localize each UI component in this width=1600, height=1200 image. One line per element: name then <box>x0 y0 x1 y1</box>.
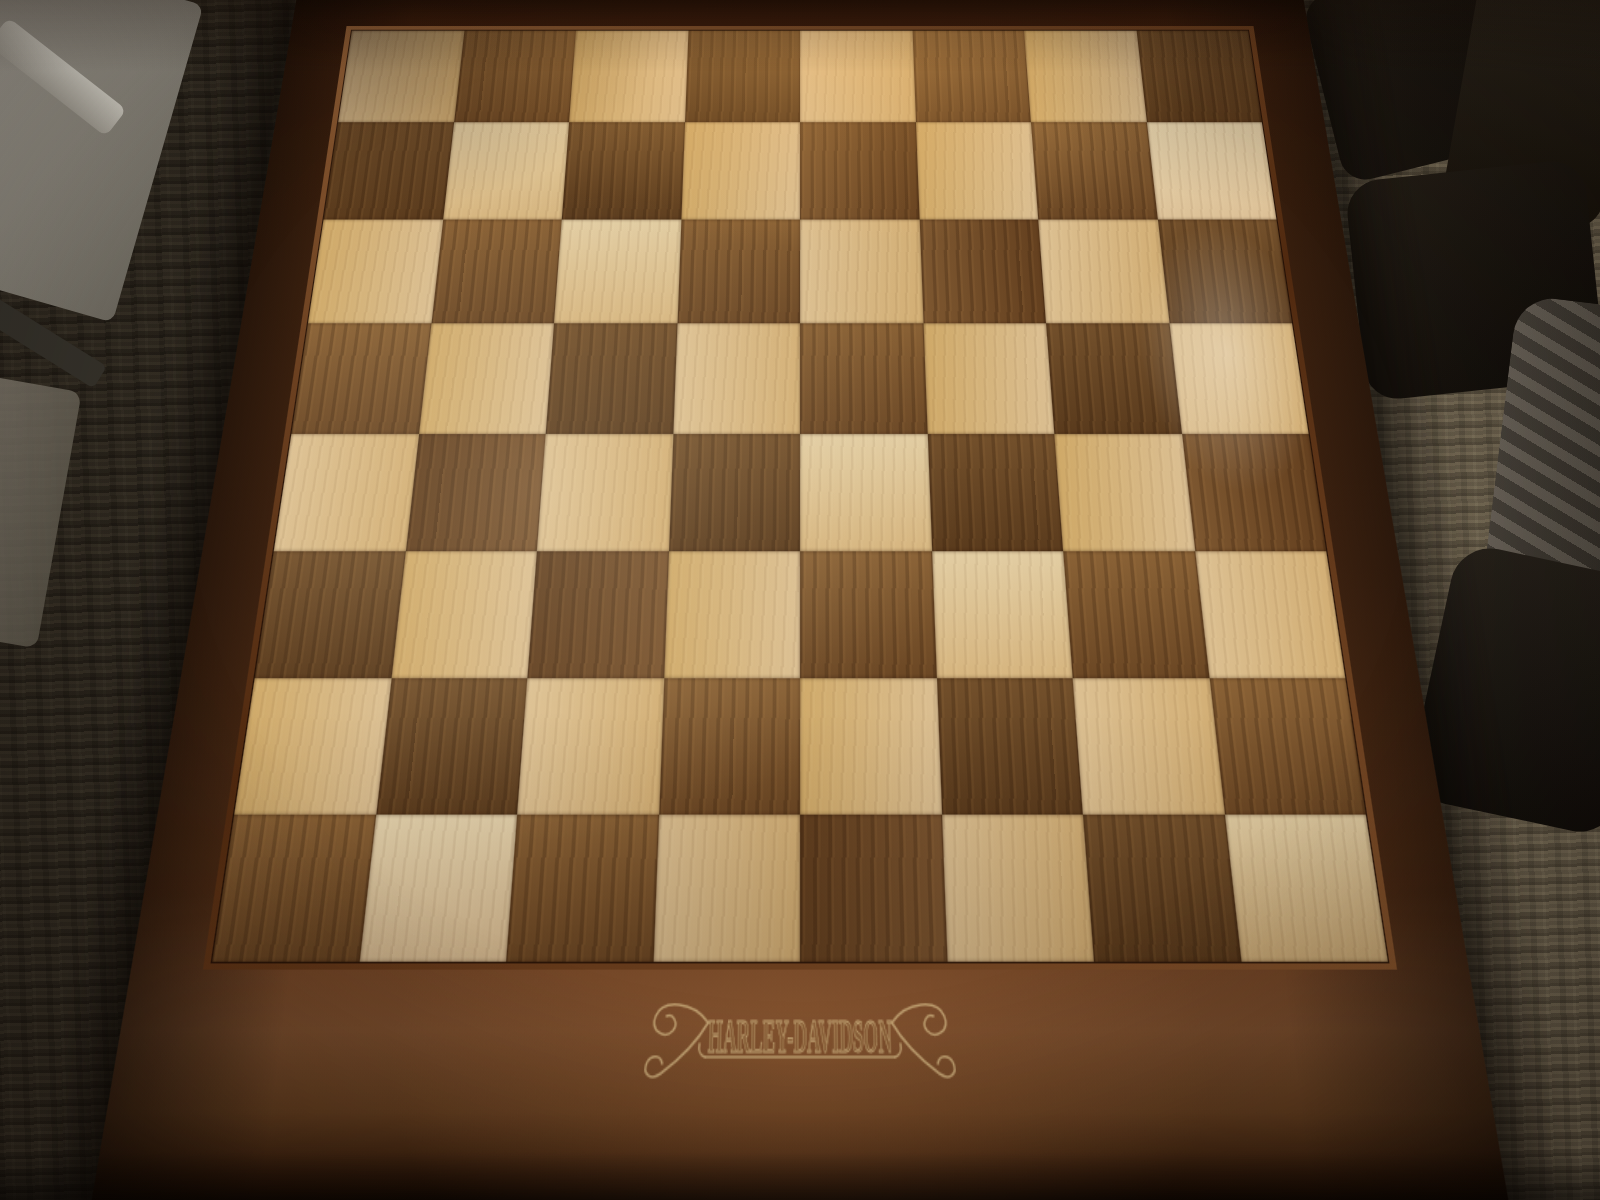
square-f4[interactable] <box>927 433 1063 551</box>
square-a4[interactable] <box>274 433 419 551</box>
square-a1[interactable] <box>212 815 376 962</box>
square-g5[interactable] <box>1046 323 1181 434</box>
square-b8[interactable] <box>454 31 576 122</box>
square-g1[interactable] <box>1083 815 1241 962</box>
square-c8[interactable] <box>569 31 688 122</box>
photo-scene: HARLEY-DAVIDSON <box>0 0 1600 1200</box>
board-grid <box>212 31 1388 962</box>
square-h5[interactable] <box>1169 323 1309 434</box>
square-e3[interactable] <box>800 552 936 679</box>
square-a2[interactable] <box>234 678 391 814</box>
square-d4[interactable] <box>668 433 800 551</box>
square-f5[interactable] <box>923 323 1054 434</box>
square-h7[interactable] <box>1146 122 1276 219</box>
engraving-text: HARLEY-DAVIDSON <box>708 1008 893 1064</box>
square-e4[interactable] <box>800 433 932 551</box>
square-c3[interactable] <box>527 552 668 679</box>
engraving-flourish-right <box>891 1005 955 1077</box>
square-h4[interactable] <box>1181 433 1326 551</box>
square-g8[interactable] <box>1024 31 1146 122</box>
square-h2[interactable] <box>1209 678 1366 814</box>
square-b7[interactable] <box>443 122 569 219</box>
square-d1[interactable] <box>653 815 800 962</box>
square-e8[interactable] <box>800 31 915 122</box>
square-f7[interactable] <box>915 122 1038 219</box>
square-c1[interactable] <box>506 815 658 962</box>
square-b6[interactable] <box>431 219 562 323</box>
square-d7[interactable] <box>681 122 800 219</box>
board-frame: HARLEY-DAVIDSON <box>89 0 1510 1200</box>
square-d5[interactable] <box>673 323 800 434</box>
square-c2[interactable] <box>517 678 664 814</box>
square-a5[interactable] <box>291 323 431 434</box>
square-e5[interactable] <box>800 323 927 434</box>
square-f1[interactable] <box>941 815 1093 962</box>
square-a8[interactable] <box>338 31 464 122</box>
square-b4[interactable] <box>405 433 545 551</box>
square-e7[interactable] <box>800 122 919 219</box>
square-d2[interactable] <box>659 678 800 814</box>
square-f8[interactable] <box>912 31 1031 122</box>
square-d3[interactable] <box>664 552 800 679</box>
square-a7[interactable] <box>324 122 454 219</box>
square-c6[interactable] <box>554 219 681 323</box>
square-d6[interactable] <box>677 219 800 323</box>
square-a3[interactable] <box>255 552 406 679</box>
chess-board: HARLEY-DAVIDSON <box>89 0 1510 1200</box>
square-h1[interactable] <box>1224 815 1388 962</box>
square-c4[interactable] <box>537 433 673 551</box>
square-e2[interactable] <box>800 678 941 814</box>
square-e6[interactable] <box>800 219 923 323</box>
square-b2[interactable] <box>376 678 528 814</box>
square-f3[interactable] <box>932 552 1073 679</box>
square-c7[interactable] <box>562 122 685 219</box>
square-d8[interactable] <box>685 31 800 122</box>
square-g6[interactable] <box>1038 219 1169 323</box>
square-b3[interactable] <box>391 552 537 679</box>
square-c5[interactable] <box>546 323 677 434</box>
square-g7[interactable] <box>1031 122 1157 219</box>
square-b5[interactable] <box>419 323 554 434</box>
square-g4[interactable] <box>1054 433 1194 551</box>
brand-engraving: HARLEY-DAVIDSON <box>635 981 965 1099</box>
square-g3[interactable] <box>1063 552 1209 679</box>
square-e1[interactable] <box>800 815 947 962</box>
engraving-flourish-left <box>645 1005 709 1077</box>
square-h3[interactable] <box>1195 552 1346 679</box>
square-a6[interactable] <box>308 219 443 323</box>
square-h6[interactable] <box>1157 219 1292 323</box>
square-h8[interactable] <box>1136 31 1262 122</box>
square-f6[interactable] <box>919 219 1046 323</box>
square-f2[interactable] <box>936 678 1083 814</box>
square-g2[interactable] <box>1073 678 1225 814</box>
square-b1[interactable] <box>359 815 517 962</box>
